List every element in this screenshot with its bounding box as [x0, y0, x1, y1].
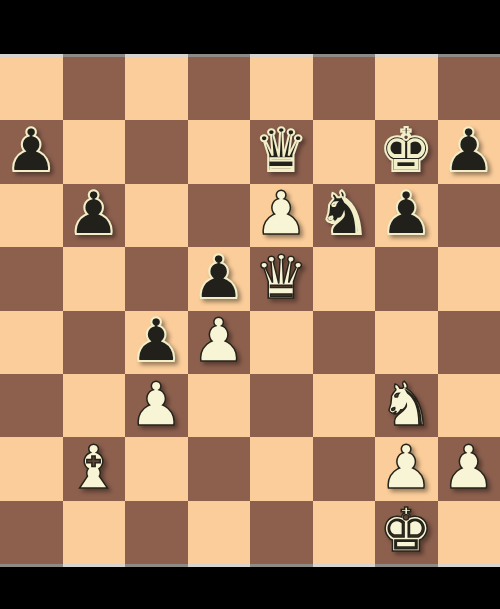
square-b6[interactable]: ♟	[63, 184, 126, 247]
board-edge-segment	[250, 564, 313, 567]
square-b8[interactable]	[63, 57, 126, 120]
square-f3[interactable]	[313, 374, 376, 437]
square-f4[interactable]	[313, 311, 376, 374]
square-c1[interactable]	[125, 501, 188, 564]
square-f8[interactable]	[313, 57, 376, 120]
black-pawn[interactable]: ♟	[67, 183, 121, 243]
board-edge-segment	[125, 564, 188, 567]
square-d1[interactable]	[188, 501, 251, 564]
square-g4[interactable]	[375, 311, 438, 374]
square-b4[interactable]	[63, 311, 126, 374]
square-h8[interactable]	[438, 57, 500, 120]
chess-board: ♟♛♚♟♟♟♞♟♟♛♟♟♟♞♝♟♟♚	[0, 57, 500, 564]
black-pawn[interactable]: ♟	[442, 120, 496, 180]
white-bishop[interactable]: ♝	[67, 437, 121, 497]
square-h2[interactable]: ♟	[438, 437, 500, 500]
square-h7[interactable]: ♟	[438, 120, 500, 183]
chess-app-window: ♟♛♚♟♟♟♞♟♟♛♟♟♟♞♝♟♟♚	[0, 0, 500, 609]
square-e1[interactable]	[250, 501, 313, 564]
square-d2[interactable]	[188, 437, 251, 500]
white-queen[interactable]: ♛	[254, 247, 308, 307]
square-b1[interactable]	[63, 501, 126, 564]
square-b5[interactable]	[63, 247, 126, 310]
square-h3[interactable]	[438, 374, 500, 437]
square-d6[interactable]	[188, 184, 251, 247]
square-f7[interactable]	[313, 120, 376, 183]
square-a5[interactable]	[0, 247, 63, 310]
square-d3[interactable]	[188, 374, 251, 437]
square-c4[interactable]: ♟	[125, 311, 188, 374]
square-c8[interactable]	[125, 57, 188, 120]
square-a6[interactable]	[0, 184, 63, 247]
black-knight[interactable]: ♞	[317, 183, 371, 243]
square-h4[interactable]	[438, 311, 500, 374]
square-f1[interactable]	[313, 501, 376, 564]
square-b3[interactable]	[63, 374, 126, 437]
square-e4[interactable]	[250, 311, 313, 374]
white-pawn[interactable]: ♟	[192, 310, 246, 370]
square-c6[interactable]	[125, 184, 188, 247]
black-pawn[interactable]: ♟	[129, 310, 183, 370]
square-e8[interactable]	[250, 57, 313, 120]
square-g5[interactable]	[375, 247, 438, 310]
black-pawn[interactable]: ♟	[192, 247, 246, 307]
white-knight[interactable]: ♞	[379, 374, 433, 434]
square-e3[interactable]	[250, 374, 313, 437]
square-a4[interactable]	[0, 311, 63, 374]
square-g2[interactable]: ♟	[375, 437, 438, 500]
square-e5[interactable]: ♛	[250, 247, 313, 310]
board-edge-segment	[438, 564, 500, 567]
black-pawn[interactable]: ♟	[379, 183, 433, 243]
black-queen[interactable]: ♛	[254, 120, 308, 180]
square-h1[interactable]	[438, 501, 500, 564]
square-a2[interactable]	[0, 437, 63, 500]
square-h6[interactable]	[438, 184, 500, 247]
square-a3[interactable]	[0, 374, 63, 437]
white-pawn[interactable]: ♟	[129, 374, 183, 434]
square-c2[interactable]	[125, 437, 188, 500]
square-g6[interactable]: ♟	[375, 184, 438, 247]
square-f2[interactable]	[313, 437, 376, 500]
square-f6[interactable]: ♞	[313, 184, 376, 247]
square-c7[interactable]	[125, 120, 188, 183]
square-b7[interactable]	[63, 120, 126, 183]
square-e2[interactable]	[250, 437, 313, 500]
black-king[interactable]: ♚	[379, 120, 433, 180]
board-edge-segment	[63, 564, 126, 567]
square-a8[interactable]	[0, 57, 63, 120]
square-h5[interactable]	[438, 247, 500, 310]
board-edge-segment	[0, 564, 63, 567]
square-a1[interactable]	[0, 501, 63, 564]
board-edge-segment	[188, 564, 251, 567]
square-d8[interactable]	[188, 57, 251, 120]
square-g1[interactable]: ♚	[375, 501, 438, 564]
square-g7[interactable]: ♚	[375, 120, 438, 183]
square-d5[interactable]: ♟	[188, 247, 251, 310]
square-f5[interactable]	[313, 247, 376, 310]
board-edge-segment	[313, 564, 376, 567]
white-king[interactable]: ♚	[379, 500, 433, 560]
black-pawn[interactable]: ♟	[4, 120, 58, 180]
square-e7[interactable]: ♛	[250, 120, 313, 183]
white-pawn[interactable]: ♟	[442, 437, 496, 497]
square-d7[interactable]	[188, 120, 251, 183]
square-g8[interactable]	[375, 57, 438, 120]
square-d4[interactable]: ♟	[188, 311, 251, 374]
square-e6[interactable]: ♟	[250, 184, 313, 247]
white-pawn[interactable]: ♟	[379, 437, 433, 497]
square-b2[interactable]: ♝	[63, 437, 126, 500]
square-g3[interactable]: ♞	[375, 374, 438, 437]
white-pawn[interactable]: ♟	[254, 183, 308, 243]
square-a7[interactable]: ♟	[0, 120, 63, 183]
square-c5[interactable]	[125, 247, 188, 310]
square-c3[interactable]: ♟	[125, 374, 188, 437]
